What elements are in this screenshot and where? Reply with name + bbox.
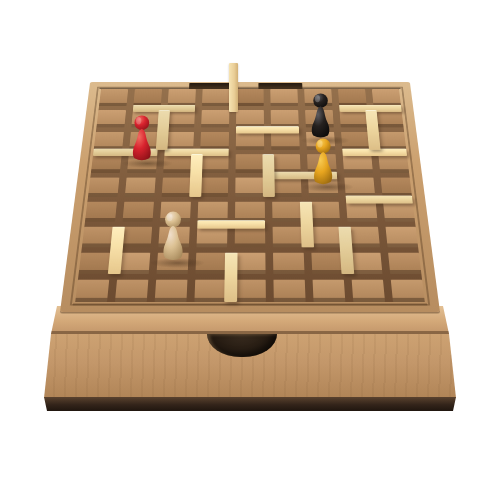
cell-i1[interactable]	[391, 280, 425, 302]
wall-h-e7[interactable]	[236, 126, 299, 133]
cell-h2[interactable]	[350, 253, 383, 275]
cell-g4[interactable]	[309, 202, 340, 222]
cell-h9[interactable]	[338, 89, 367, 106]
cell-b9[interactable]	[133, 89, 162, 106]
cell-g2[interactable]	[311, 253, 343, 275]
cell-i7[interactable]	[376, 132, 406, 150]
cell-f1[interactable]	[273, 280, 305, 302]
cell-f9[interactable]	[270, 89, 298, 106]
box-bottom-edge	[42, 397, 458, 411]
cell-e1[interactable]	[234, 280, 266, 302]
cell-f2[interactable]	[273, 253, 305, 275]
cell-a9[interactable]	[99, 89, 128, 106]
cell-f5[interactable]	[272, 178, 302, 197]
cell-a6[interactable]	[91, 154, 122, 173]
cell-i6[interactable]	[378, 154, 409, 173]
cell-i4[interactable]	[383, 202, 415, 222]
quoridor-board	[60, 82, 440, 312]
wall-v-d1[interactable]	[224, 253, 237, 302]
cell-h8[interactable]	[340, 110, 369, 127]
cell-f8[interactable]	[271, 110, 299, 127]
cell-e3[interactable]	[235, 227, 266, 248]
cell-f4[interactable]	[272, 202, 302, 222]
cell-e6[interactable]	[236, 154, 265, 173]
cell-h6[interactable]	[343, 154, 373, 173]
pawn-yellow[interactable]	[307, 136, 339, 187]
cell-e4[interactable]	[235, 202, 265, 222]
cell-g1[interactable]	[313, 280, 346, 302]
cell-f3[interactable]	[273, 227, 304, 248]
wall-v-e5[interactable]	[262, 154, 274, 196]
cell-a1[interactable]	[75, 280, 109, 302]
cell-i3[interactable]	[386, 227, 419, 248]
cell-a2[interactable]	[79, 253, 112, 275]
cell-h4[interactable]	[346, 202, 377, 222]
wall-h-d3[interactable]	[197, 220, 265, 228]
cell-e9[interactable]	[236, 89, 263, 106]
cell-h1[interactable]	[352, 280, 385, 302]
cell-d8[interactable]	[201, 110, 229, 127]
cell-i2[interactable]	[388, 253, 421, 275]
cell-a3[interactable]	[82, 227, 115, 248]
cell-c8[interactable]	[166, 110, 195, 127]
pawn-natural[interactable]	[156, 209, 190, 263]
cell-f6[interactable]	[271, 154, 300, 173]
wall-v-f3[interactable]	[299, 202, 313, 248]
cell-h3[interactable]	[348, 227, 380, 248]
cell-d9[interactable]	[202, 89, 230, 106]
cell-i8[interactable]	[374, 110, 404, 127]
cell-c7[interactable]	[165, 132, 194, 150]
cell-i9[interactable]	[372, 89, 401, 106]
cell-i5[interactable]	[381, 178, 412, 197]
cell-a5[interactable]	[88, 178, 119, 197]
cell-f7[interactable]	[271, 132, 300, 150]
cell-a4[interactable]	[85, 202, 117, 222]
cell-d3[interactable]	[196, 227, 227, 248]
cell-d6[interactable]	[199, 154, 228, 173]
cell-d5[interactable]	[198, 178, 228, 197]
cell-d4[interactable]	[197, 202, 227, 222]
cell-c5[interactable]	[162, 178, 192, 197]
cell-b2[interactable]	[118, 253, 151, 275]
cell-b3[interactable]	[120, 227, 152, 248]
product-photo-scene	[0, 0, 500, 500]
cell-a8[interactable]	[96, 110, 126, 127]
upright-spare-wall[interactable]	[229, 63, 238, 112]
cell-g3[interactable]	[310, 227, 341, 248]
cell-d7[interactable]	[200, 132, 229, 150]
cell-e8[interactable]	[236, 110, 264, 127]
cell-e2[interactable]	[234, 253, 265, 275]
cell-d1[interactable]	[194, 280, 226, 302]
wall-v-c5[interactable]	[189, 154, 203, 196]
cell-e7[interactable]	[236, 132, 264, 150]
pawn-black[interactable]	[305, 91, 336, 140]
cell-e5[interactable]	[235, 178, 264, 197]
front-frame-groove	[73, 303, 427, 305]
wall-h-h4[interactable]	[346, 195, 413, 203]
cell-b1[interactable]	[115, 280, 148, 302]
cell-a7[interactable]	[94, 132, 124, 150]
cell-c9[interactable]	[168, 89, 196, 106]
cell-b5[interactable]	[125, 178, 156, 197]
pawn-red[interactable]	[126, 113, 158, 163]
cell-c1[interactable]	[155, 280, 188, 302]
cell-b4[interactable]	[122, 202, 153, 222]
